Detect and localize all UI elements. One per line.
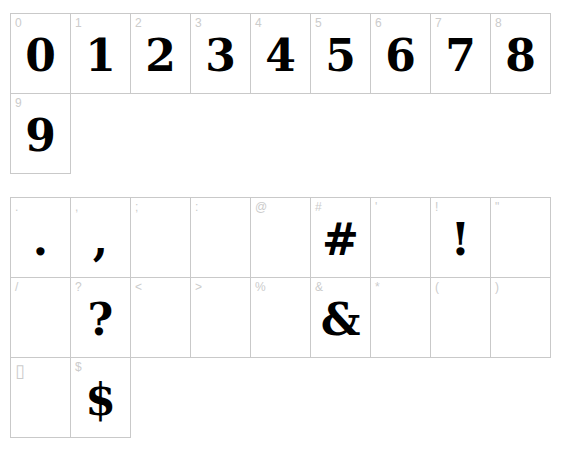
punctuation-section: . . , , ; : @ # # xyxy=(10,197,551,438)
cell-7-glyph: 7 xyxy=(431,14,490,93)
cell-quote-glyph xyxy=(491,198,550,277)
cell-semicolon-glyph xyxy=(131,198,190,277)
cell-9[interactable]: 9 9 xyxy=(10,93,71,174)
cell-3[interactable]: 3 3 xyxy=(190,13,251,94)
punctuation-row-2: / ? ? < > % & & xyxy=(10,277,551,358)
cell-apostrophe-glyph xyxy=(371,198,430,277)
cell-period[interactable]: . . xyxy=(10,197,71,278)
cell-at[interactable]: @ xyxy=(250,197,311,278)
cell-0-glyph: 0 xyxy=(11,14,70,93)
cell-slash-glyph xyxy=(11,278,70,357)
cell-paren-close[interactable]: ) xyxy=(490,277,551,358)
cell-3-glyph: 3 xyxy=(191,14,250,93)
cell-less-than-glyph xyxy=(131,278,190,357)
digits-section: 0 0 1 1 2 2 3 3 4 4 5 5 xyxy=(10,13,551,174)
cell-asterisk[interactable]: * xyxy=(370,277,431,358)
cell-asterisk-glyph xyxy=(371,278,430,357)
cell-4-glyph: 4 xyxy=(251,14,310,93)
cell-paren-open[interactable]: ( xyxy=(430,277,491,358)
glyph-map: 0 0 1 1 2 2 3 3 4 4 5 5 xyxy=(10,13,551,438)
cell-comma[interactable]: , , xyxy=(70,197,131,278)
cell-exclamation-glyph: ! xyxy=(431,198,490,277)
cell-missing-glyph-glyph xyxy=(11,358,70,437)
cell-8-glyph: 8 xyxy=(491,14,550,93)
cell-missing-glyph[interactable]: ▯ xyxy=(10,357,71,438)
cell-hash-glyph: # xyxy=(311,198,370,277)
cell-7[interactable]: 7 7 xyxy=(430,13,491,94)
cell-at-glyph xyxy=(251,198,310,277)
cell-2[interactable]: 2 2 xyxy=(130,13,191,94)
cell-paren-close-glyph xyxy=(491,278,550,357)
cell-period-glyph: . xyxy=(11,198,70,277)
digits-row-2: 9 9 xyxy=(10,93,551,174)
cell-2-glyph: 2 xyxy=(131,14,190,93)
cell-exclamation[interactable]: ! ! xyxy=(430,197,491,278)
cell-5[interactable]: 5 5 xyxy=(310,13,371,94)
cell-percent-glyph xyxy=(251,278,310,357)
cell-question[interactable]: ? ? xyxy=(70,277,131,358)
cell-6[interactable]: 6 6 xyxy=(370,13,431,94)
cell-1[interactable]: 1 1 xyxy=(70,13,131,94)
cell-comma-glyph: , xyxy=(71,198,130,277)
cell-quote[interactable]: " xyxy=(490,197,551,278)
digits-row-1: 0 0 1 1 2 2 3 3 4 4 5 5 xyxy=(10,13,551,94)
cell-slash[interactable]: / xyxy=(10,277,71,358)
cell-hash[interactable]: # # xyxy=(310,197,371,278)
punctuation-row-3: ▯ $ $ xyxy=(10,357,551,438)
cell-0[interactable]: 0 0 xyxy=(10,13,71,94)
cell-less-than[interactable]: < xyxy=(130,277,191,358)
cell-ampersand[interactable]: & & xyxy=(310,277,371,358)
cell-apostrophe[interactable]: ' xyxy=(370,197,431,278)
cell-paren-open-glyph xyxy=(431,278,490,357)
cell-8[interactable]: 8 8 xyxy=(490,13,551,94)
cell-dollar[interactable]: $ $ xyxy=(70,357,131,438)
cell-dollar-glyph: $ xyxy=(71,358,130,437)
cell-4[interactable]: 4 4 xyxy=(250,13,311,94)
cell-1-glyph: 1 xyxy=(71,14,130,93)
cell-greater-than-glyph xyxy=(191,278,250,357)
punctuation-row-1: . . , , ; : @ # # xyxy=(10,197,551,278)
cell-greater-than[interactable]: > xyxy=(190,277,251,358)
cell-colon-glyph xyxy=(191,198,250,277)
cell-colon[interactable]: : xyxy=(190,197,251,278)
cell-9-glyph: 9 xyxy=(11,94,70,173)
cell-6-glyph: 6 xyxy=(371,14,430,93)
cell-percent[interactable]: % xyxy=(250,277,311,358)
cell-ampersand-glyph: & xyxy=(311,278,370,357)
cell-question-glyph: ? xyxy=(71,278,130,357)
cell-5-glyph: 5 xyxy=(311,14,370,93)
cell-semicolon[interactable]: ; xyxy=(130,197,191,278)
